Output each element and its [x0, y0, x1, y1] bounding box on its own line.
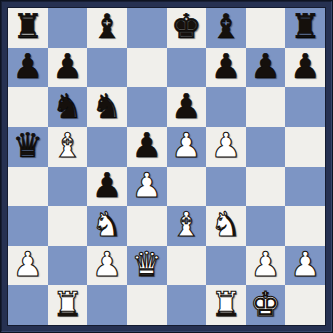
piece-white-pawn-f5[interactable]: ♟ — [211, 127, 241, 165]
piece-black-pawn-e6[interactable]: ♟ — [171, 87, 201, 125]
piece-white-bishop-e3[interactable]: ♝ — [171, 206, 201, 244]
square-d5[interactable]: ♟ — [127, 127, 167, 167]
square-d7[interactable] — [127, 48, 167, 88]
square-a8[interactable]: ♜ — [8, 8, 48, 48]
chess-board: ♜♝♚♝♜♟♟♟♟♟♞♞♟♛♝♟♟♟♟♟♞♝♞♟♟♛♟♟♜♜♚ — [8, 8, 325, 325]
square-g7[interactable]: ♟ — [246, 48, 286, 88]
square-d4[interactable]: ♟ — [127, 167, 167, 207]
piece-black-pawn-c4[interactable]: ♟ — [92, 167, 122, 205]
piece-white-pawn-g2[interactable]: ♟ — [250, 246, 280, 284]
chess-board-frame: ♜♝♚♝♜♟♟♟♟♟♞♞♟♛♝♟♟♟♟♟♞♝♞♟♟♛♟♟♜♜♚ — [0, 0, 333, 333]
square-c8[interactable]: ♝ — [87, 8, 127, 48]
square-b1[interactable]: ♜ — [48, 285, 88, 325]
piece-white-pawn-a2[interactable]: ♟ — [13, 246, 43, 284]
square-h8[interactable]: ♜ — [285, 8, 325, 48]
square-c2[interactable]: ♟ — [87, 246, 127, 286]
square-d1[interactable] — [127, 285, 167, 325]
square-c7[interactable] — [87, 48, 127, 88]
piece-black-king-e8[interactable]: ♚ — [171, 8, 201, 46]
square-b8[interactable] — [48, 8, 88, 48]
square-g4[interactable] — [246, 167, 286, 207]
piece-white-bishop-b5[interactable]: ♝ — [52, 127, 82, 165]
square-e1[interactable] — [167, 285, 207, 325]
square-e7[interactable] — [167, 48, 207, 88]
square-h3[interactable] — [285, 206, 325, 246]
square-g3[interactable] — [246, 206, 286, 246]
piece-black-rook-a8[interactable]: ♜ — [13, 8, 43, 46]
piece-white-queen-d2[interactable]: ♛ — [131, 246, 161, 284]
piece-black-knight-c6[interactable]: ♞ — [92, 87, 122, 125]
piece-white-knight-f3[interactable]: ♞ — [211, 206, 241, 244]
square-e5[interactable]: ♟ — [167, 127, 207, 167]
square-a3[interactable] — [8, 206, 48, 246]
piece-black-pawn-g7[interactable]: ♟ — [250, 48, 280, 86]
square-f1[interactable]: ♜ — [206, 285, 246, 325]
square-e3[interactable]: ♝ — [167, 206, 207, 246]
square-a2[interactable]: ♟ — [8, 246, 48, 286]
piece-white-rook-b1[interactable]: ♜ — [52, 285, 82, 323]
square-d3[interactable] — [127, 206, 167, 246]
square-f3[interactable]: ♞ — [206, 206, 246, 246]
square-g2[interactable]: ♟ — [246, 246, 286, 286]
square-d6[interactable] — [127, 87, 167, 127]
square-h1[interactable] — [285, 285, 325, 325]
piece-black-queen-a5[interactable]: ♛ — [13, 127, 43, 165]
piece-black-pawn-a7[interactable]: ♟ — [13, 48, 43, 86]
square-a5[interactable]: ♛ — [8, 127, 48, 167]
square-c4[interactable]: ♟ — [87, 167, 127, 207]
square-g5[interactable] — [246, 127, 286, 167]
square-b7[interactable]: ♟ — [48, 48, 88, 88]
piece-white-king-g1[interactable]: ♚ — [250, 285, 280, 323]
piece-black-pawn-f7[interactable]: ♟ — [211, 48, 241, 86]
square-b3[interactable] — [48, 206, 88, 246]
square-f2[interactable] — [206, 246, 246, 286]
piece-white-pawn-e5[interactable]: ♟ — [171, 127, 201, 165]
square-c3[interactable]: ♞ — [87, 206, 127, 246]
square-e8[interactable]: ♚ — [167, 8, 207, 48]
square-c5[interactable] — [87, 127, 127, 167]
piece-white-pawn-d4[interactable]: ♟ — [131, 167, 161, 205]
square-c1[interactable] — [87, 285, 127, 325]
square-h7[interactable]: ♟ — [285, 48, 325, 88]
square-a4[interactable] — [8, 167, 48, 207]
piece-black-knight-b6[interactable]: ♞ — [52, 87, 82, 125]
square-g1[interactable]: ♚ — [246, 285, 286, 325]
square-d8[interactable] — [127, 8, 167, 48]
square-h4[interactable] — [285, 167, 325, 207]
square-b5[interactable]: ♝ — [48, 127, 88, 167]
square-e2[interactable] — [167, 246, 207, 286]
square-a7[interactable]: ♟ — [8, 48, 48, 88]
square-h5[interactable] — [285, 127, 325, 167]
square-d2[interactable]: ♛ — [127, 246, 167, 286]
piece-black-pawn-h7[interactable]: ♟ — [290, 48, 320, 86]
square-f8[interactable]: ♝ — [206, 8, 246, 48]
square-h2[interactable]: ♟ — [285, 246, 325, 286]
square-f5[interactable]: ♟ — [206, 127, 246, 167]
square-a1[interactable] — [8, 285, 48, 325]
piece-black-bishop-f8[interactable]: ♝ — [211, 8, 241, 46]
square-b2[interactable] — [48, 246, 88, 286]
square-e4[interactable] — [167, 167, 207, 207]
square-f4[interactable] — [206, 167, 246, 207]
square-c6[interactable]: ♞ — [87, 87, 127, 127]
piece-black-bishop-c8[interactable]: ♝ — [92, 8, 122, 46]
square-h6[interactable] — [285, 87, 325, 127]
square-b4[interactable] — [48, 167, 88, 207]
square-b6[interactable]: ♞ — [48, 87, 88, 127]
square-f7[interactable]: ♟ — [206, 48, 246, 88]
square-f6[interactable] — [206, 87, 246, 127]
piece-black-pawn-b7[interactable]: ♟ — [52, 48, 82, 86]
square-g8[interactable] — [246, 8, 286, 48]
piece-black-rook-h8[interactable]: ♜ — [290, 8, 320, 46]
piece-white-pawn-c2[interactable]: ♟ — [92, 246, 122, 284]
piece-white-knight-c3[interactable]: ♞ — [92, 206, 122, 244]
square-a6[interactable] — [8, 87, 48, 127]
piece-white-rook-f1[interactable]: ♜ — [211, 285, 241, 323]
square-g6[interactable] — [246, 87, 286, 127]
piece-black-pawn-d5[interactable]: ♟ — [131, 127, 161, 165]
piece-white-pawn-h2[interactable]: ♟ — [290, 246, 320, 284]
square-e6[interactable]: ♟ — [167, 87, 207, 127]
